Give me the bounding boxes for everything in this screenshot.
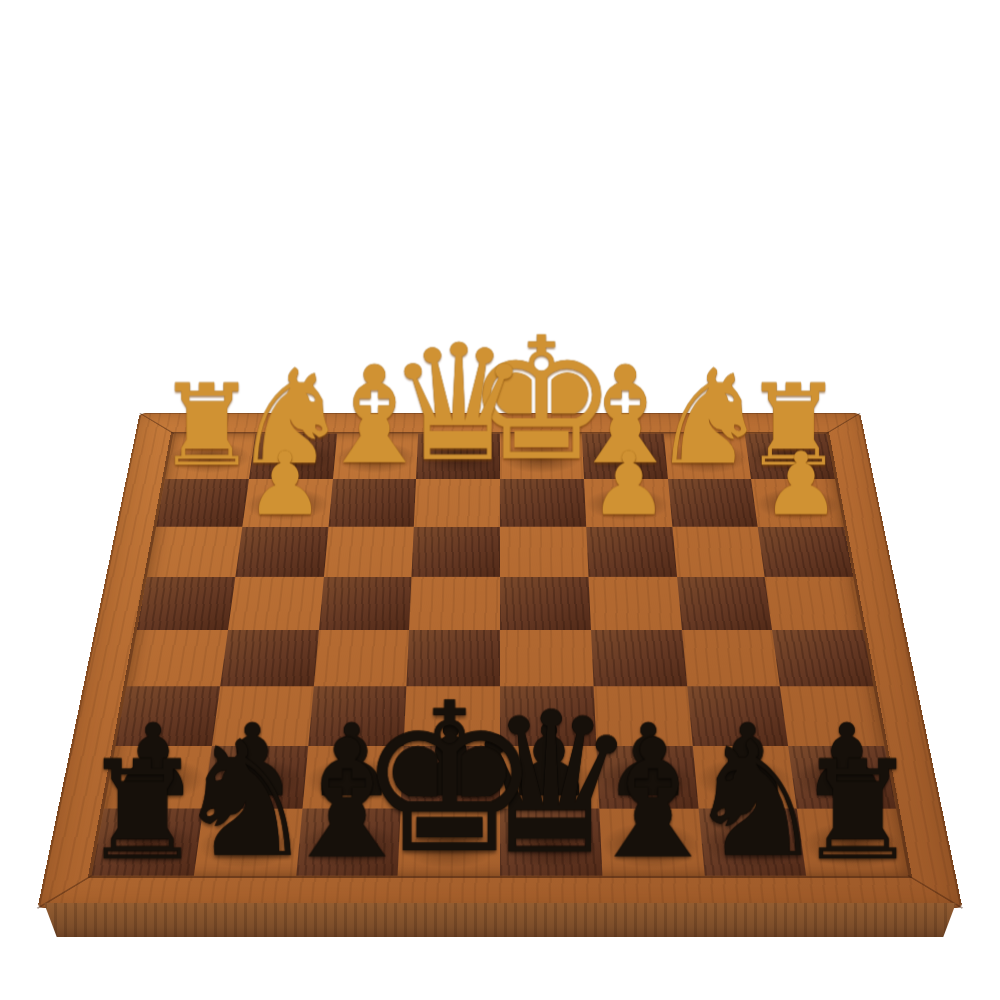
square-h3[interactable] xyxy=(147,527,242,577)
square-h2[interactable] xyxy=(156,479,249,527)
board-front-edge xyxy=(44,903,956,937)
square-d3[interactable] xyxy=(500,527,588,577)
square-b2[interactable] xyxy=(667,479,757,527)
board-frame: ♜♞♝♛♚♝♞♜♟♟♟♟♟♟♟♟♟♟♟♜♞♝♚♛♝♞♜ xyxy=(37,413,962,908)
square-h8[interactable]: ♜ xyxy=(91,809,202,876)
square-a8[interactable]: ♜ xyxy=(797,809,908,876)
square-a5[interactable] xyxy=(772,630,873,686)
square-g3[interactable] xyxy=(235,527,328,577)
square-b3[interactable] xyxy=(672,527,765,577)
square-a3[interactable] xyxy=(758,527,853,577)
square-c4[interactable] xyxy=(588,577,681,630)
piece-white-pawn[interactable]: ♟ xyxy=(762,445,840,525)
square-b4[interactable] xyxy=(677,577,773,630)
piece-white-pawn[interactable]: ♟ xyxy=(590,445,668,525)
square-f3[interactable] xyxy=(323,527,414,577)
chessboard: ♜♞♝♛♚♝♞♜♟♟♟♟♟♟♟♟♟♟♟♜♞♝♚♛♝♞♜ xyxy=(37,413,962,908)
square-f8[interactable]: ♝ xyxy=(296,809,401,876)
square-e1[interactable]: ♛ xyxy=(416,433,500,478)
photo-backdrop: ♜♞♝♛♚♝♞♜♟♟♟♟♟♟♟♟♟♟♟♜♞♝♚♛♝♞♜ xyxy=(0,0,1000,1000)
square-b1[interactable]: ♞ xyxy=(663,433,751,478)
square-a2[interactable]: ♟ xyxy=(751,479,844,527)
piece-white-queen[interactable]: ♛ xyxy=(386,330,530,478)
board-grid: ♜♞♝♛♚♝♞♜♟♟♟♟♟♟♟♟♟♟♟♜♞♝♚♛♝♞♜ xyxy=(91,433,908,875)
square-f2[interactable] xyxy=(328,479,416,527)
square-e3[interactable] xyxy=(412,527,500,577)
square-c8[interactable]: ♝ xyxy=(599,809,704,876)
piece-white-rook[interactable]: ♜ xyxy=(157,374,258,478)
piece-black-rook[interactable]: ♜ xyxy=(81,748,204,874)
square-e2[interactable] xyxy=(414,479,500,527)
square-h1[interactable]: ♜ xyxy=(165,433,255,478)
square-g2[interactable]: ♟ xyxy=(242,479,332,527)
square-e4[interactable] xyxy=(409,577,500,630)
square-b5[interactable] xyxy=(682,630,781,686)
square-f4[interactable] xyxy=(319,577,412,630)
square-g5[interactable] xyxy=(220,630,319,686)
piece-black-rook[interactable]: ♜ xyxy=(796,748,919,874)
square-d4[interactable] xyxy=(500,577,591,630)
square-g4[interactable] xyxy=(228,577,324,630)
piece-black-bishop[interactable]: ♝ xyxy=(579,723,726,874)
square-a4[interactable] xyxy=(765,577,863,630)
square-h4[interactable] xyxy=(137,577,235,630)
square-c3[interactable] xyxy=(586,527,677,577)
square-c2[interactable]: ♟ xyxy=(584,479,672,527)
square-h5[interactable] xyxy=(127,630,228,686)
piece-black-bishop[interactable]: ♝ xyxy=(273,723,420,874)
square-d2[interactable] xyxy=(500,479,586,527)
piece-white-pawn[interactable]: ♟ xyxy=(246,445,324,525)
